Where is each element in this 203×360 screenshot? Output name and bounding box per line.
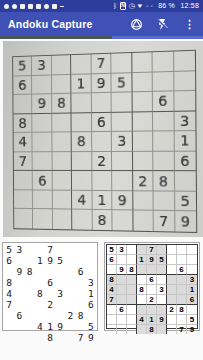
detected-cell: 7 xyxy=(76,332,86,343)
photo-cell: 1 xyxy=(92,191,112,211)
photo-cell xyxy=(153,51,174,72)
result-cell: 3 xyxy=(117,245,127,255)
photo-cell xyxy=(32,75,52,95)
overflow-menu-button[interactable]: ⋮ xyxy=(181,17,195,31)
detected-cell: 6 xyxy=(4,255,14,266)
photo-cell xyxy=(133,191,154,211)
result-cell xyxy=(167,295,177,305)
detected-cell: 1 xyxy=(45,321,55,332)
detected-cell xyxy=(35,266,45,277)
detected-cell: 8 xyxy=(76,310,86,321)
detected-cell xyxy=(86,244,96,255)
photo-cell xyxy=(112,171,133,191)
result-cell xyxy=(167,325,177,334)
result-cell xyxy=(117,255,127,265)
photo-cell: 1 xyxy=(174,131,195,151)
photo-cell xyxy=(52,152,72,171)
detected-cell xyxy=(76,244,86,255)
detected-cell xyxy=(24,299,34,310)
result-cell xyxy=(177,245,187,255)
photo-cell xyxy=(92,93,112,113)
photo-cell xyxy=(132,112,153,132)
photo-cell xyxy=(52,55,72,75)
photo-cell: 6 xyxy=(174,151,195,171)
reconstructed-sudoku-grid: 537619598686348317266284195879 xyxy=(106,244,198,329)
notification-icons xyxy=(4,4,64,9)
detected-cell xyxy=(45,266,55,277)
result-cell: 2 xyxy=(167,305,177,315)
detected-cell xyxy=(76,288,86,299)
result-cell: 6 xyxy=(117,305,127,315)
photo-cell: 8 xyxy=(72,132,92,152)
result-cell xyxy=(137,325,147,334)
result-cell: 4 xyxy=(107,285,117,295)
detected-cell xyxy=(4,266,14,277)
photo-cell xyxy=(174,171,195,191)
result-cell: 1 xyxy=(137,255,147,265)
photo-cell xyxy=(33,190,53,209)
photo-cell xyxy=(52,74,72,94)
detected-cell xyxy=(55,332,65,343)
detected-cell xyxy=(45,288,55,299)
result-cell xyxy=(167,275,177,285)
detected-cell xyxy=(76,299,86,310)
detected-cell: 3 xyxy=(55,288,65,299)
result-cell xyxy=(127,255,137,265)
result-cell xyxy=(177,275,187,285)
wifi-icon: ▼ xyxy=(137,0,145,12)
result-cell xyxy=(177,285,187,295)
result-cell xyxy=(157,305,167,315)
detected-cell xyxy=(55,310,65,321)
detected-cell: 6 xyxy=(76,266,86,277)
result-cell xyxy=(187,255,197,265)
detected-cell xyxy=(55,299,65,310)
photo-cell xyxy=(174,71,195,92)
result-cell: 2 xyxy=(147,295,157,305)
result-cell xyxy=(157,265,167,275)
photo-cell xyxy=(153,111,174,131)
photo-cell: 6 xyxy=(33,171,53,190)
detected-cell xyxy=(55,244,65,255)
photo-cell: 8 xyxy=(13,114,32,133)
detected-cell: 4 xyxy=(35,321,45,332)
result-cell: 9 xyxy=(147,255,157,265)
photo-cell xyxy=(14,209,33,228)
photo-cell xyxy=(72,171,92,191)
overflow-menu-icon: ⋮ xyxy=(184,17,192,31)
facebook-icon xyxy=(20,4,25,9)
photo-cell xyxy=(14,171,33,190)
detected-cell: 5 xyxy=(86,321,96,332)
detected-cell: 6 xyxy=(86,299,96,310)
result-cell xyxy=(107,325,117,334)
photo-cell: 7 xyxy=(14,152,33,171)
photo-cell: 5 xyxy=(112,73,133,93)
app-bar: Andoku Capture ⋮ xyxy=(0,12,203,36)
result-cell xyxy=(157,295,167,305)
result-cell: 1 xyxy=(147,315,157,325)
photo-cell xyxy=(33,113,53,132)
photo-cell xyxy=(72,113,92,133)
chat-bubble-icon xyxy=(12,4,17,9)
detected-cell xyxy=(35,277,45,288)
photo-cell xyxy=(53,190,73,210)
photo-cell xyxy=(113,211,134,231)
result-cell: 9 xyxy=(157,315,167,325)
camera-icon xyxy=(44,4,49,9)
result-cell xyxy=(187,265,197,275)
detected-cell xyxy=(14,332,24,343)
photo-cell: 8 xyxy=(92,210,112,230)
detected-cell xyxy=(76,277,86,288)
result-cell xyxy=(177,295,187,305)
detected-cell xyxy=(65,332,75,343)
clock: 12:58 xyxy=(180,0,199,12)
photo-cell: 3 xyxy=(32,56,52,76)
result-cell: 3 xyxy=(187,275,197,285)
photo-cell: 8 xyxy=(52,94,72,114)
photo-cell: 4 xyxy=(14,133,33,152)
detected-cell xyxy=(65,277,75,288)
result-cell xyxy=(157,275,167,285)
result-cell xyxy=(167,285,177,295)
andoku-capture-screen: ᛒN◷▼▪▪ 86 % 12:58 Andoku Capture xyxy=(0,0,203,360)
photo-cell: 1 xyxy=(72,74,92,94)
result-cell xyxy=(107,305,117,315)
result-cell xyxy=(137,265,147,275)
detected-cell xyxy=(35,332,45,343)
result-cell xyxy=(127,315,137,325)
photo-cell xyxy=(52,133,72,152)
photo-cell xyxy=(13,95,32,114)
result-cell: 6 xyxy=(187,295,197,305)
status-icons: ᛒN◷▼▪▪ 86 % 12:58 xyxy=(113,0,199,12)
result-cell: 5 xyxy=(157,255,167,265)
result-cell xyxy=(127,245,137,255)
detected-cell xyxy=(14,288,24,299)
photo-cell: 7 xyxy=(91,54,111,74)
detected-cell xyxy=(65,266,75,277)
photo-cell xyxy=(132,52,153,72)
result-cell xyxy=(127,285,137,295)
result-cell xyxy=(117,285,127,295)
page-title: Andoku Capture xyxy=(8,18,92,30)
result-cell: 8 xyxy=(147,325,157,334)
photo-cell xyxy=(154,191,175,211)
result-cell: 5 xyxy=(107,245,117,255)
result-cell xyxy=(187,245,197,255)
detected-cell: 8 xyxy=(35,288,45,299)
result-cell xyxy=(157,245,167,255)
photo-cell: 9 xyxy=(175,212,196,232)
detected-cell xyxy=(4,310,14,321)
reconstructed-grid-panel[interactable]: 537619598686348317266284195879 xyxy=(104,242,200,331)
detected-cell xyxy=(14,321,24,332)
detected-cell xyxy=(65,299,75,310)
detected-cell xyxy=(4,332,14,343)
result-cell: 3 xyxy=(157,285,167,295)
capture-aperture-button[interactable] xyxy=(129,17,143,31)
flash-off-icon xyxy=(156,18,169,31)
result-cell xyxy=(167,265,177,275)
result-cell: 8 xyxy=(127,265,137,275)
photo-cell: 3 xyxy=(112,132,133,152)
result-cell: 1 xyxy=(187,285,197,295)
detected-cell: 2 xyxy=(45,299,55,310)
photo-cell xyxy=(153,131,174,151)
detected-cell: 2 xyxy=(65,310,75,321)
detected-cell: 6 xyxy=(14,310,24,321)
photo-cell xyxy=(112,112,133,132)
aperture-icon xyxy=(130,18,143,31)
result-cell: 7 xyxy=(177,325,187,334)
result-cell xyxy=(137,305,147,315)
bluetooth-icon: ᛒ xyxy=(113,0,117,12)
detected-cell xyxy=(76,321,86,332)
detected-cell: 6 xyxy=(45,277,55,288)
detected-cell xyxy=(55,266,65,277)
photo-cell: 7 xyxy=(154,211,175,231)
detected-cell xyxy=(24,277,34,288)
signal-icon: ▪ xyxy=(146,0,148,12)
result-cell xyxy=(117,325,127,334)
detected-cell: 8 xyxy=(24,266,34,277)
app-bar-actions: ⋮ xyxy=(129,17,195,31)
result-cell: 7 xyxy=(107,295,117,305)
photo-cell xyxy=(132,92,153,112)
photo-cell: 5 xyxy=(175,191,196,211)
detected-cell: 8 xyxy=(45,332,55,343)
result-cell: 6 xyxy=(147,275,157,285)
detected-cell: 7 xyxy=(4,299,14,310)
result-cell: 5 xyxy=(187,315,197,325)
result-cell: 6 xyxy=(107,255,117,265)
photo-cell xyxy=(52,171,72,190)
status-bar: ᛒN◷▼▪▪ 86 % 12:58 xyxy=(0,0,203,12)
result-cell xyxy=(127,305,137,315)
detected-cell: 9 xyxy=(14,266,24,277)
result-cell xyxy=(127,295,137,305)
flash-off-button[interactable] xyxy=(155,17,169,31)
detected-cell xyxy=(65,255,75,266)
photo-cell: 5 xyxy=(13,56,32,76)
detected-cell xyxy=(86,266,96,277)
nfc-icon: N xyxy=(120,2,127,10)
detected-cell xyxy=(14,299,24,310)
photo-cell: 2 xyxy=(92,152,112,172)
photo-cell xyxy=(112,92,133,112)
photo-cell: 4 xyxy=(72,191,92,211)
detected-cell: 5 xyxy=(4,244,14,255)
newspaper-paper: 537619598686348317266284195879 xyxy=(3,41,203,237)
result-cell: 4 xyxy=(137,315,147,325)
chat-bubble-icon xyxy=(4,4,9,9)
photo-cell xyxy=(72,93,92,113)
detected-cell: 7 xyxy=(45,244,55,255)
detected-cell xyxy=(65,244,75,255)
result-cell xyxy=(167,315,177,325)
detected-cell xyxy=(35,310,45,321)
photo-cell xyxy=(52,113,72,133)
photo-cell xyxy=(53,210,73,230)
detected-cell: 4 xyxy=(4,288,14,299)
result-cell xyxy=(117,295,127,305)
screenshot-icon xyxy=(52,4,57,9)
minus-icon xyxy=(60,6,64,8)
detected-cell: 9 xyxy=(86,332,96,343)
photo-cell: 3 xyxy=(174,111,195,131)
result-cell xyxy=(107,315,117,325)
result-cell xyxy=(167,245,177,255)
photo-cell: 6 xyxy=(153,91,174,111)
photo-cell xyxy=(133,211,154,231)
result-cell xyxy=(157,325,167,334)
photo-cell xyxy=(174,91,195,111)
photo-cell xyxy=(133,132,154,152)
photo-cell xyxy=(72,210,92,230)
result-cell: 8 xyxy=(137,285,147,295)
result-cell xyxy=(127,325,137,334)
result-cell xyxy=(137,275,147,285)
detected-cell xyxy=(24,255,34,266)
detected-cell xyxy=(24,310,34,321)
detected-cell xyxy=(14,255,24,266)
detected-cell xyxy=(35,244,45,255)
photo-cell: 9 xyxy=(91,73,111,93)
photo-cell xyxy=(71,54,91,74)
detected-cell xyxy=(24,244,34,255)
photo-sudoku-grid: 537619598686348317266284195879 xyxy=(12,50,197,233)
signal-icon: ▪ xyxy=(151,0,153,12)
photo-cell xyxy=(153,151,174,171)
detected-cell: 9 xyxy=(45,255,55,266)
result-cell: 8 xyxy=(177,305,187,315)
detected-digits-grid: 537619598686348317266284195879 xyxy=(4,244,96,329)
photo-cell: 8 xyxy=(154,171,175,191)
captured-photo[interactable]: 537619598686348317266284195879 xyxy=(0,39,203,240)
detected-cell xyxy=(86,255,96,266)
photo-cell xyxy=(153,71,174,91)
detected-cell xyxy=(14,277,24,288)
detected-cell xyxy=(65,288,75,299)
detected-cell: 9 xyxy=(55,321,65,332)
detected-cell xyxy=(24,321,34,332)
result-cell xyxy=(147,305,157,315)
detected-cell: 8 xyxy=(4,277,14,288)
photo-cell xyxy=(112,152,133,172)
photo-cell xyxy=(14,190,33,209)
photo-cell: 2 xyxy=(133,171,154,191)
result-cell xyxy=(127,275,137,285)
detected-cell xyxy=(76,255,86,266)
result-cell xyxy=(107,265,117,275)
detected-cell: 3 xyxy=(86,277,96,288)
detected-cell xyxy=(24,288,34,299)
alarm-icon: ◷ xyxy=(129,0,135,12)
detected-cell: 5 xyxy=(55,255,65,266)
result-cell: 9 xyxy=(187,325,197,334)
detected-cell: 3 xyxy=(14,244,24,255)
photo-cell xyxy=(33,152,53,171)
result-cell xyxy=(117,275,127,285)
detected-cell xyxy=(55,277,65,288)
photo-cell xyxy=(112,53,133,73)
photo-cell: 9 xyxy=(33,94,53,114)
result-cell xyxy=(177,315,187,325)
photo-cell xyxy=(92,171,112,191)
result-cell xyxy=(137,245,147,255)
photo-cell xyxy=(72,152,92,172)
detected-cell xyxy=(45,310,55,321)
detected-cell xyxy=(24,332,34,343)
result-cell xyxy=(167,255,177,265)
result-cell xyxy=(147,285,157,295)
detected-cell xyxy=(65,321,75,332)
result-cell: 9 xyxy=(117,265,127,275)
photo-cell: 9 xyxy=(112,191,133,211)
result-cell xyxy=(117,315,127,325)
result-cell xyxy=(177,255,187,265)
photo-cell xyxy=(33,133,53,152)
gallery-icon xyxy=(28,4,33,9)
mail-icon xyxy=(36,4,41,9)
photo-cell: 6 xyxy=(92,112,112,132)
detected-cell: 1 xyxy=(35,255,45,266)
battery-level: 86 % xyxy=(158,0,175,12)
photo-cell xyxy=(133,152,154,172)
detected-cell: 1 xyxy=(86,288,96,299)
photo-cell xyxy=(132,72,153,92)
photo-cell xyxy=(33,209,53,229)
detected-cell xyxy=(86,310,96,321)
result-cell: 7 xyxy=(147,245,157,255)
result-cell: 6 xyxy=(177,265,187,275)
photo-cell: 6 xyxy=(13,76,32,96)
result-cell: 8 xyxy=(107,275,117,285)
photo-cell xyxy=(92,132,112,152)
result-cell xyxy=(137,295,147,305)
detected-cell xyxy=(35,299,45,310)
detected-cell xyxy=(4,321,14,332)
detected-digits-panel[interactable]: 537619598686348317266284195879 xyxy=(2,242,98,331)
photo-cell xyxy=(174,51,195,72)
result-cell xyxy=(147,265,157,275)
result-cell xyxy=(187,305,197,315)
